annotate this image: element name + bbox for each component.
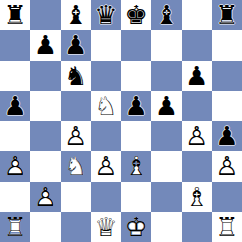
piece-black-pawn: ♟ bbox=[151, 91, 181, 121]
white-pawn-outline-layer: ♙ bbox=[30, 182, 60, 212]
white-rook-outline-layer: ♖ bbox=[212, 212, 242, 242]
piece-white-bishop: ♝♗ bbox=[182, 182, 212, 212]
white-pawn-outline-layer: ♙ bbox=[0, 151, 30, 181]
square-h4[interactable]: ♟ bbox=[212, 121, 242, 151]
square-g2[interactable]: ♝♗ bbox=[182, 182, 212, 212]
square-c3[interactable]: ♞♘ bbox=[61, 151, 91, 181]
white-queen-outline-layer: ♕ bbox=[91, 212, 121, 242]
square-a8[interactable]: ♜ bbox=[0, 0, 30, 30]
square-d7[interactable] bbox=[91, 30, 121, 60]
white-bishop-outline-layer: ♗ bbox=[121, 151, 151, 181]
square-e7[interactable] bbox=[121, 30, 151, 60]
square-f7[interactable] bbox=[151, 30, 181, 60]
piece-white-rook: ♜♖ bbox=[212, 212, 242, 242]
white-queen-fill-layer: ♛ bbox=[91, 212, 121, 242]
white-bishop-fill-layer: ♝ bbox=[121, 151, 151, 181]
square-c4[interactable]: ♟♙ bbox=[61, 121, 91, 151]
piece-white-pawn: ♟♙ bbox=[61, 121, 91, 151]
white-pawn-outline-layer: ♙ bbox=[91, 151, 121, 181]
piece-white-queen: ♛♕ bbox=[91, 212, 121, 242]
piece-black-pawn: ♟ bbox=[61, 30, 91, 60]
square-f4[interactable] bbox=[151, 121, 181, 151]
white-pawn-fill-layer: ♟ bbox=[0, 151, 30, 181]
piece-white-pawn: ♟♙ bbox=[91, 151, 121, 181]
square-a1[interactable]: ♜♖ bbox=[0, 212, 30, 242]
white-pawn-outline-layer: ♙ bbox=[61, 121, 91, 151]
square-g5[interactable] bbox=[182, 91, 212, 121]
white-pawn-fill-layer: ♟ bbox=[212, 151, 242, 181]
square-f2[interactable] bbox=[151, 182, 181, 212]
square-b8[interactable] bbox=[30, 0, 60, 30]
black-queen-glyph: ♛ bbox=[91, 0, 121, 30]
white-bishop-fill-layer: ♝ bbox=[182, 182, 212, 212]
black-pawn-glyph: ♟ bbox=[182, 61, 212, 91]
square-c7[interactable]: ♟ bbox=[61, 30, 91, 60]
square-c6[interactable]: ♞ bbox=[61, 61, 91, 91]
black-knight-glyph: ♞ bbox=[61, 61, 91, 91]
square-h5[interactable] bbox=[212, 91, 242, 121]
black-pawn-glyph: ♟ bbox=[0, 91, 30, 121]
square-d8[interactable]: ♛ bbox=[91, 0, 121, 30]
square-g3[interactable] bbox=[182, 151, 212, 181]
square-f8[interactable]: ♝ bbox=[151, 0, 181, 30]
piece-black-pawn: ♟ bbox=[0, 91, 30, 121]
square-a2[interactable] bbox=[0, 182, 30, 212]
square-b2[interactable]: ♟♙ bbox=[30, 182, 60, 212]
square-f6[interactable] bbox=[151, 61, 181, 91]
square-h6[interactable] bbox=[212, 61, 242, 91]
square-h7[interactable] bbox=[212, 30, 242, 60]
piece-white-pawn: ♟♙ bbox=[30, 182, 60, 212]
white-pawn-fill-layer: ♟ bbox=[30, 182, 60, 212]
black-pawn-glyph: ♟ bbox=[30, 30, 60, 60]
square-b6[interactable] bbox=[30, 61, 60, 91]
square-b7[interactable]: ♟ bbox=[30, 30, 60, 60]
square-d5[interactable]: ♞♘ bbox=[91, 91, 121, 121]
white-pawn-outline-layer: ♙ bbox=[182, 121, 212, 151]
square-c2[interactable] bbox=[61, 182, 91, 212]
white-knight-outline-layer: ♘ bbox=[61, 151, 91, 181]
square-d4[interactable] bbox=[91, 121, 121, 151]
white-knight-outline-layer: ♘ bbox=[91, 91, 121, 121]
piece-white-rook: ♜♖ bbox=[0, 212, 30, 242]
square-b1[interactable] bbox=[30, 212, 60, 242]
white-king-fill-layer: ♚ bbox=[121, 212, 151, 242]
square-h2[interactable] bbox=[212, 182, 242, 212]
white-rook-fill-layer: ♜ bbox=[212, 212, 242, 242]
piece-black-pawn: ♟ bbox=[121, 91, 151, 121]
square-a5[interactable]: ♟ bbox=[0, 91, 30, 121]
square-e6[interactable] bbox=[121, 61, 151, 91]
white-pawn-fill-layer: ♟ bbox=[182, 121, 212, 151]
square-g4[interactable]: ♟♙ bbox=[182, 121, 212, 151]
white-king-outline-layer: ♔ bbox=[121, 212, 151, 242]
square-f3[interactable] bbox=[151, 151, 181, 181]
square-g8[interactable] bbox=[182, 0, 212, 30]
piece-white-pawn: ♟♙ bbox=[212, 151, 242, 181]
chess-board-container: ♜♝♛♚♝♜♟♟♞♟♟♞♘♟♟♟♙♟♙♟♟♙♞♘♟♙♝♗♟♙♟♙♝♗♜♖♛♕♚♔… bbox=[0, 0, 242, 242]
piece-black-knight: ♞ bbox=[61, 61, 91, 91]
square-c5[interactable] bbox=[61, 91, 91, 121]
square-e5[interactable]: ♟ bbox=[121, 91, 151, 121]
square-e4[interactable] bbox=[121, 121, 151, 151]
square-h8[interactable]: ♜ bbox=[212, 0, 242, 30]
white-pawn-outline-layer: ♙ bbox=[212, 151, 242, 181]
piece-black-bishop: ♝ bbox=[61, 0, 91, 30]
square-f1[interactable] bbox=[151, 212, 181, 242]
white-pawn-fill-layer: ♟ bbox=[61, 121, 91, 151]
black-rook-glyph: ♜ bbox=[212, 0, 242, 30]
white-rook-outline-layer: ♖ bbox=[0, 212, 30, 242]
piece-black-pawn: ♟ bbox=[212, 121, 242, 151]
square-b3[interactable] bbox=[30, 151, 60, 181]
square-a6[interactable] bbox=[0, 61, 30, 91]
piece-white-bishop: ♝♗ bbox=[121, 151, 151, 181]
square-a7[interactable] bbox=[0, 30, 30, 60]
square-b4[interactable] bbox=[30, 121, 60, 151]
square-g1[interactable] bbox=[182, 212, 212, 242]
black-pawn-glyph: ♟ bbox=[212, 121, 242, 151]
square-h1[interactable]: ♜♖ bbox=[212, 212, 242, 242]
square-d6[interactable] bbox=[91, 61, 121, 91]
square-d1[interactable]: ♛♕ bbox=[91, 212, 121, 242]
white-rook-fill-layer: ♜ bbox=[0, 212, 30, 242]
piece-white-pawn: ♟♙ bbox=[182, 121, 212, 151]
square-f5[interactable]: ♟ bbox=[151, 91, 181, 121]
piece-black-pawn: ♟ bbox=[182, 61, 212, 91]
piece-black-queen: ♛ bbox=[91, 0, 121, 30]
piece-black-bishop: ♝ bbox=[151, 0, 181, 30]
square-g7[interactable] bbox=[182, 30, 212, 60]
black-rook-glyph: ♜ bbox=[0, 0, 30, 30]
square-e1[interactable]: ♚♔ bbox=[121, 212, 151, 242]
piece-white-knight: ♞♘ bbox=[91, 91, 121, 121]
square-h3[interactable]: ♟♙ bbox=[212, 151, 242, 181]
black-pawn-glyph: ♟ bbox=[151, 91, 181, 121]
square-c8[interactable]: ♝ bbox=[61, 0, 91, 30]
chess-board: ♜♝♛♚♝♜♟♟♞♟♟♞♘♟♟♟♙♟♙♟♟♙♞♘♟♙♝♗♟♙♟♙♝♗♜♖♛♕♚♔… bbox=[0, 0, 242, 242]
square-a4[interactable] bbox=[0, 121, 30, 151]
black-pawn-glyph: ♟ bbox=[121, 91, 151, 121]
square-g6[interactable]: ♟ bbox=[182, 61, 212, 91]
piece-black-rook: ♜ bbox=[0, 0, 30, 30]
square-e3[interactable]: ♝♗ bbox=[121, 151, 151, 181]
piece-black-king: ♚ bbox=[121, 0, 151, 30]
square-a3[interactable]: ♟♙ bbox=[0, 151, 30, 181]
white-pawn-fill-layer: ♟ bbox=[91, 151, 121, 181]
piece-white-king: ♚♔ bbox=[121, 212, 151, 242]
white-bishop-outline-layer: ♗ bbox=[182, 182, 212, 212]
white-knight-fill-layer: ♞ bbox=[91, 91, 121, 121]
square-e2[interactable] bbox=[121, 182, 151, 212]
black-bishop-glyph: ♝ bbox=[61, 0, 91, 30]
square-d3[interactable]: ♟♙ bbox=[91, 151, 121, 181]
piece-black-rook: ♜ bbox=[212, 0, 242, 30]
square-d2[interactable] bbox=[91, 182, 121, 212]
piece-black-pawn: ♟ bbox=[30, 30, 60, 60]
square-b5[interactable] bbox=[30, 91, 60, 121]
piece-white-knight: ♞♘ bbox=[61, 151, 91, 181]
black-king-glyph: ♚ bbox=[121, 0, 151, 30]
square-c1[interactable] bbox=[61, 212, 91, 242]
black-pawn-glyph: ♟ bbox=[61, 30, 91, 60]
black-bishop-glyph: ♝ bbox=[151, 0, 181, 30]
square-e8[interactable]: ♚ bbox=[121, 0, 151, 30]
piece-white-pawn: ♟♙ bbox=[0, 151, 30, 181]
white-knight-fill-layer: ♞ bbox=[61, 151, 91, 181]
